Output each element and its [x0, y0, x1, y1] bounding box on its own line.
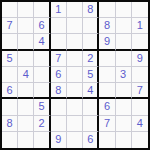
cell-r4c8[interactable]: [116, 51, 132, 67]
cell-r6c9[interactable]: 7: [132, 83, 148, 99]
cell-r8c5[interactable]: [67, 116, 83, 132]
cell-r9c6[interactable]: 6: [83, 132, 99, 148]
cell-r3c1[interactable]: [2, 34, 18, 50]
cell-r7c7[interactable]: 6: [99, 99, 115, 115]
given-digit: 7: [7, 20, 13, 31]
cell-r1c5[interactable]: [67, 2, 83, 18]
cell-r4c2[interactable]: [18, 51, 34, 67]
cell-r1c1[interactable]: [2, 2, 18, 18]
cell-r7c1[interactable]: [2, 99, 18, 115]
given-digit: 6: [104, 101, 110, 112]
given-digit: 4: [38, 36, 44, 47]
cell-r7c8[interactable]: [116, 99, 132, 115]
cell-r4c7[interactable]: [99, 51, 115, 67]
cell-r1c8[interactable]: [116, 2, 132, 18]
cell-r3c8[interactable]: [116, 34, 132, 50]
cell-r5c1[interactable]: [2, 67, 18, 83]
given-digit: 1: [137, 20, 143, 31]
given-digit: 9: [137, 53, 143, 64]
given-digit: 4: [137, 118, 143, 129]
given-digit: 2: [38, 118, 44, 129]
given-digit: 9: [104, 36, 110, 47]
cell-r8c4[interactable]: [51, 116, 67, 132]
cell-r2c1[interactable]: 7: [2, 18, 18, 34]
given-digit: 5: [38, 101, 44, 112]
cell-r5c2[interactable]: 4: [18, 67, 34, 83]
cell-r3c9[interactable]: [132, 34, 148, 50]
cell-r6c5[interactable]: [67, 83, 83, 99]
cell-r1c2[interactable]: [18, 2, 34, 18]
cell-r1c6[interactable]: 8: [83, 2, 99, 18]
cell-r3c4[interactable]: [51, 34, 67, 50]
given-digit: 5: [7, 53, 13, 64]
cell-r6c4[interactable]: 8: [51, 83, 67, 99]
cell-r3c3[interactable]: 4: [34, 34, 50, 50]
cell-r9c5[interactable]: [67, 132, 83, 148]
cell-r7c9[interactable]: [132, 99, 148, 115]
cell-r8c2[interactable]: [18, 116, 34, 132]
cell-r4c1[interactable]: 5: [2, 51, 18, 67]
cell-r1c9[interactable]: [132, 2, 148, 18]
given-digit: 1: [55, 4, 61, 15]
given-digit: 7: [55, 53, 61, 64]
cell-r1c4[interactable]: 1: [51, 2, 67, 18]
cell-r7c4[interactable]: [51, 99, 67, 115]
cell-r8c6[interactable]: [83, 116, 99, 132]
cell-r8c1[interactable]: 8: [2, 116, 18, 132]
cell-r4c6[interactable]: 2: [83, 51, 99, 67]
cell-r4c4[interactable]: 7: [51, 51, 67, 67]
cell-r1c3[interactable]: [34, 2, 50, 18]
sudoku-board: 1876814957294653684756827496: [0, 0, 150, 150]
cell-r5c6[interactable]: 5: [83, 67, 99, 83]
cell-r6c8[interactable]: [116, 83, 132, 99]
given-digit: 8: [87, 4, 93, 15]
cell-r3c2[interactable]: [18, 34, 34, 50]
cell-r2c9[interactable]: 1: [132, 18, 148, 34]
cell-r1c7[interactable]: [99, 2, 115, 18]
cell-r9c1[interactable]: [2, 132, 18, 148]
cell-r7c5[interactable]: [67, 99, 83, 115]
cell-r6c6[interactable]: 4: [83, 83, 99, 99]
cell-r5c4[interactable]: 6: [51, 67, 67, 83]
cell-r3c7[interactable]: 9: [99, 34, 115, 50]
cell-r6c3[interactable]: [34, 83, 50, 99]
cell-r9c9[interactable]: [132, 132, 148, 148]
cell-r5c5[interactable]: [67, 67, 83, 83]
cell-r6c1[interactable]: 6: [2, 83, 18, 99]
given-digit: 8: [104, 20, 110, 31]
cell-r6c7[interactable]: [99, 83, 115, 99]
cell-r3c5[interactable]: [67, 34, 83, 50]
cell-r8c7[interactable]: 7: [99, 116, 115, 132]
cell-r7c2[interactable]: [18, 99, 34, 115]
cell-r8c3[interactable]: 2: [34, 116, 50, 132]
cell-r2c4[interactable]: [51, 18, 67, 34]
cell-r4c3[interactable]: [34, 51, 50, 67]
given-digit: 6: [55, 69, 61, 80]
cell-r2c6[interactable]: [83, 18, 99, 34]
cell-r6c2[interactable]: [18, 83, 34, 99]
given-digit: 9: [55, 134, 61, 145]
cell-r5c9[interactable]: [132, 67, 148, 83]
given-digit: 4: [23, 69, 29, 80]
given-digit: 6: [38, 20, 44, 31]
cell-r7c6[interactable]: [83, 99, 99, 115]
cell-r3c6[interactable]: [83, 34, 99, 50]
given-digit: 7: [104, 118, 110, 129]
given-digit: 4: [87, 85, 93, 96]
cell-r9c7[interactable]: [99, 132, 115, 148]
cell-r2c8[interactable]: [116, 18, 132, 34]
cell-r8c8[interactable]: [116, 116, 132, 132]
cell-r4c5[interactable]: [67, 51, 83, 67]
cell-r5c7[interactable]: [99, 67, 115, 83]
cell-r5c3[interactable]: [34, 67, 50, 83]
given-digit: 2: [87, 53, 93, 64]
cell-r9c4[interactable]: 9: [51, 132, 67, 148]
cell-r4c9[interactable]: 9: [132, 51, 148, 67]
given-digit: 6: [87, 134, 93, 145]
cell-r8c9[interactable]: 4: [132, 116, 148, 132]
cell-r2c2[interactable]: [18, 18, 34, 34]
cell-r9c2[interactable]: [18, 132, 34, 148]
cell-r7c3[interactable]: 5: [34, 99, 50, 115]
cell-r9c8[interactable]: [116, 132, 132, 148]
given-digit: 6: [7, 85, 13, 96]
cell-r5c8[interactable]: 3: [116, 67, 132, 83]
given-digit: 3: [120, 69, 126, 80]
cell-r2c7[interactable]: 8: [99, 18, 115, 34]
given-digit: 8: [55, 85, 61, 96]
cell-r2c3[interactable]: 6: [34, 18, 50, 34]
given-digit: 8: [7, 118, 13, 129]
cell-r9c3[interactable]: [34, 132, 50, 148]
cell-r2c5[interactable]: [67, 18, 83, 34]
given-digit: 5: [87, 69, 93, 80]
given-digit: 7: [137, 85, 143, 96]
